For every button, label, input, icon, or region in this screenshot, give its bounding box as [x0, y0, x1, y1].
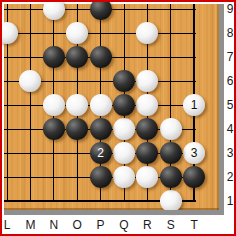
stone-white-Q2 [113, 166, 135, 188]
coord-number-7: 7 [223, 50, 236, 64]
grid-line-col-M [30, 4, 31, 202]
stone-white-O8 [66, 22, 88, 44]
move-number-label: 1 [191, 94, 198, 116]
coord-letter-R: R [139, 218, 155, 232]
coord-number-5: 5 [223, 98, 236, 112]
coord-letter-L: L [0, 218, 15, 232]
stone-black-P3: 2 [90, 142, 112, 164]
stone-white-R6 [136, 70, 158, 92]
coord-letter-Q: Q [116, 218, 132, 232]
coord-number-1: 1 [223, 194, 236, 208]
coord-number-3: 3 [223, 146, 236, 160]
stone-black-P9 [90, 0, 112, 20]
stone-black-P4 [90, 118, 112, 140]
stone-black-S3 [160, 142, 182, 164]
stone-black-S2 [160, 166, 182, 188]
stone-white-S1 [160, 190, 182, 212]
stone-white-N5 [43, 94, 65, 116]
coord-letter-M: M [22, 218, 38, 232]
stone-white-R2 [136, 166, 158, 188]
coord-number-9: 9 [223, 2, 236, 16]
stone-white-Q4 [113, 118, 135, 140]
stone-white-S4 [160, 118, 182, 140]
stone-white-L8 [0, 22, 18, 44]
stone-black-N4 [43, 118, 65, 140]
stone-white-T5: 1 [183, 94, 205, 116]
coord-letter-S: S [163, 218, 179, 232]
stone-white-T3: 3 [183, 142, 205, 164]
stone-white-O5 [66, 94, 88, 116]
coord-letter-P: P [93, 218, 109, 232]
coord-number-6: 6 [223, 74, 236, 88]
coord-number-4: 4 [223, 122, 236, 136]
stone-white-R5 [136, 94, 158, 116]
coord-letter-N: N [46, 218, 62, 232]
move-number-label: 3 [191, 142, 198, 164]
stone-black-O7 [66, 46, 88, 68]
coord-letter-T: T [186, 218, 202, 232]
stone-black-P2 [90, 166, 112, 188]
coord-number-2: 2 [223, 170, 236, 184]
stone-black-O4 [66, 118, 88, 140]
stone-black-R3 [136, 142, 158, 164]
board-edge-shadow-bottom [4, 210, 224, 215]
go-diagram: 132 LMNOPQRST987654321 [0, 0, 236, 236]
grid-line-row-8 [4, 33, 196, 34]
coord-letter-O: O [69, 218, 85, 232]
move-number-label: 2 [97, 142, 104, 164]
stone-black-T2 [183, 166, 205, 188]
coord-number-8: 8 [223, 26, 236, 40]
stone-white-R8 [136, 22, 158, 44]
stone-black-P7 [90, 46, 112, 68]
stone-white-Q3 [113, 142, 135, 164]
stone-black-R4 [136, 118, 158, 140]
stone-white-N9 [43, 0, 65, 20]
stone-black-Q5 [113, 94, 135, 116]
stone-black-N7 [43, 46, 65, 68]
go-board[interactable]: 132 [4, 4, 219, 210]
stone-white-P5 [90, 94, 112, 116]
stone-black-Q6 [113, 70, 135, 92]
stone-white-M6 [19, 70, 41, 92]
